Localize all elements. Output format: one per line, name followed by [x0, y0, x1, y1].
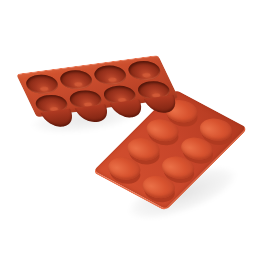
round-cavity [22, 73, 61, 95]
cavity-underside-bump [109, 100, 146, 120]
back-mold [16, 55, 179, 117]
round-cavity [57, 68, 96, 90]
product-photo [0, 0, 270, 270]
round-cavity [91, 64, 130, 86]
round-cavity [125, 59, 164, 81]
cavity-underside-bump [75, 104, 112, 124]
cavity-underside-bump [41, 109, 78, 129]
